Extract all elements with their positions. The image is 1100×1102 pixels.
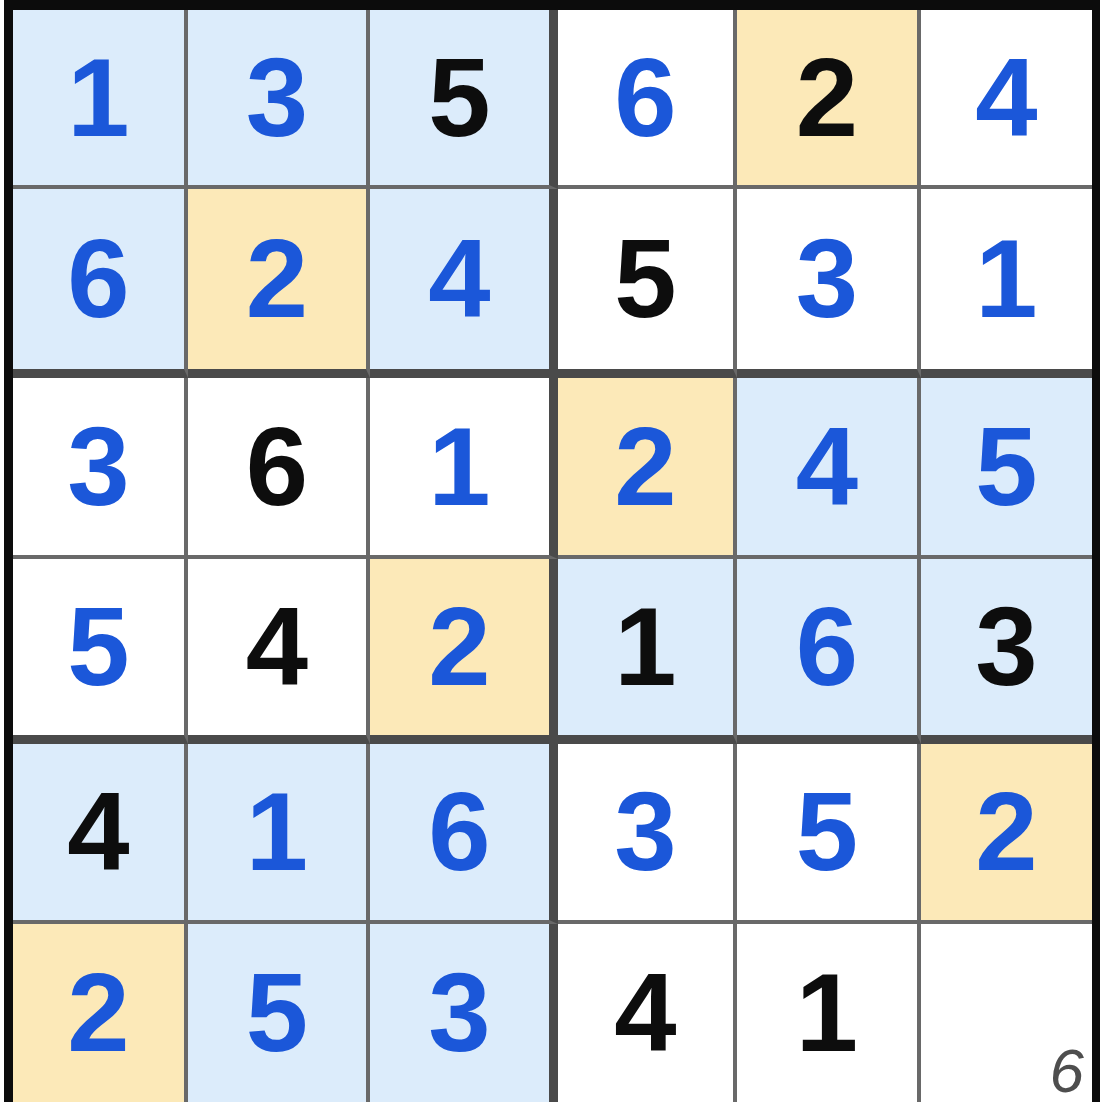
cell-r4c3[interactable]: 2 bbox=[370, 559, 558, 744]
cell-r2c1[interactable]: 6 bbox=[13, 189, 188, 378]
cell-r3c4[interactable]: 2 bbox=[558, 378, 737, 559]
cell-r6c1[interactable]: 2 bbox=[13, 924, 188, 1102]
cell-r2c5[interactable]: 3 bbox=[737, 189, 921, 378]
cell-r6c5[interactable]: 1 bbox=[737, 924, 921, 1102]
sudoku-grid: 135624624531361245542163416352253416 bbox=[13, 10, 1092, 1102]
cell-r2c2[interactable]: 2 bbox=[188, 189, 370, 378]
cell-r4c2[interactable]: 4 bbox=[188, 559, 370, 744]
cell-r5c5[interactable]: 5 bbox=[737, 744, 921, 924]
cell-r6c4[interactable]: 4 bbox=[558, 924, 737, 1102]
cell-r4c5[interactable]: 6 bbox=[737, 559, 921, 744]
cell-r5c1[interactable]: 4 bbox=[13, 744, 188, 924]
cell-r1c6[interactable]: 4 bbox=[921, 10, 1092, 189]
cell-r3c3[interactable]: 1 bbox=[370, 378, 558, 559]
pencil-note: 6 bbox=[1050, 1040, 1084, 1102]
cell-r3c2[interactable]: 6 bbox=[188, 378, 370, 559]
cell-r5c2[interactable]: 1 bbox=[188, 744, 370, 924]
cell-r5c4[interactable]: 3 bbox=[558, 744, 737, 924]
sudoku-board: 135624624531361245542163416352253416 bbox=[4, 0, 1100, 1102]
cell-r1c1[interactable]: 1 bbox=[13, 10, 188, 189]
cell-r6c2[interactable]: 5 bbox=[188, 924, 370, 1102]
cell-r5c6[interactable]: 2 bbox=[921, 744, 1092, 924]
cell-r4c4[interactable]: 1 bbox=[558, 559, 737, 744]
cell-r5c3[interactable]: 6 bbox=[370, 744, 558, 924]
cell-r1c3[interactable]: 5 bbox=[370, 10, 558, 189]
cell-r6c3[interactable]: 3 bbox=[370, 924, 558, 1102]
cell-r1c4[interactable]: 6 bbox=[558, 10, 737, 189]
sudoku-page: 135624624531361245542163416352253416 bbox=[0, 0, 1100, 1102]
cell-r3c1[interactable]: 3 bbox=[13, 378, 188, 559]
cell-r3c5[interactable]: 4 bbox=[737, 378, 921, 559]
cell-r4c1[interactable]: 5 bbox=[13, 559, 188, 744]
cell-r1c5[interactable]: 2 bbox=[737, 10, 921, 189]
cell-r3c6[interactable]: 5 bbox=[921, 378, 1092, 559]
cell-r4c6[interactable]: 3 bbox=[921, 559, 1092, 744]
cell-r2c3[interactable]: 4 bbox=[370, 189, 558, 378]
cell-r2c6[interactable]: 1 bbox=[921, 189, 1092, 378]
cell-r1c2[interactable]: 3 bbox=[188, 10, 370, 189]
cell-r6c6[interactable]: 6 bbox=[921, 924, 1092, 1102]
cell-r2c4[interactable]: 5 bbox=[558, 189, 737, 378]
